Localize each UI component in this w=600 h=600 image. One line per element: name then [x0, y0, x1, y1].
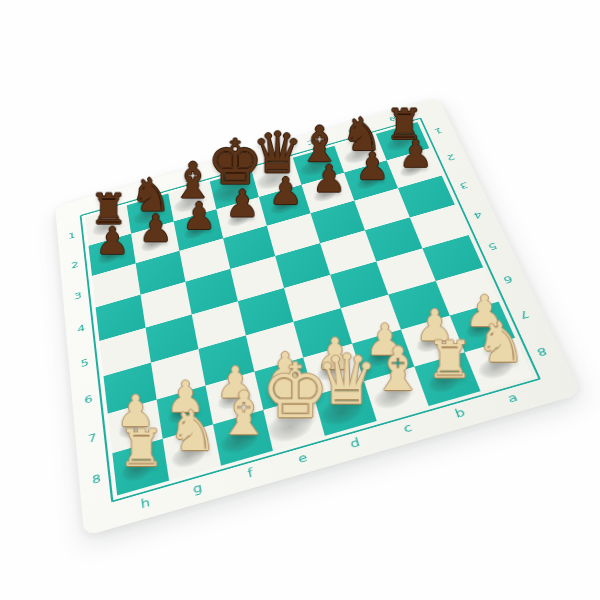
chess-board-mat: hgfedcbahgfedcba1234567812345678 ♜♞♝♚♛♝♞… — [55, 97, 582, 537]
photo-scene: hgfedcbahgfedcba1234567812345678 ♜♞♝♚♛♝♞… — [0, 0, 600, 600]
light-knight-glyph: ♞ — [451, 315, 551, 371]
product-photo: hgfedcbahgfedcba1234567812345678 ♜♞♝♚♛♝♞… — [0, 0, 600, 600]
